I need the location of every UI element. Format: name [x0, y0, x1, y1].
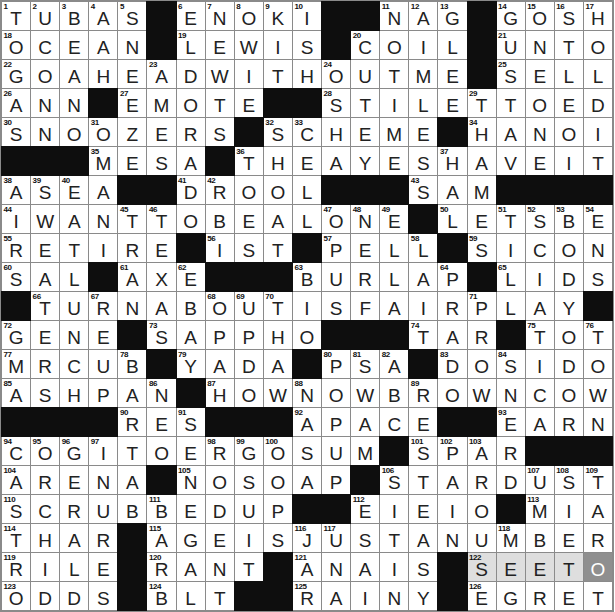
cell-r18c17[interactable]: O	[468, 495, 496, 523]
cell-r6c20[interactable]: I	[555, 147, 583, 175]
cell-r1c7[interactable]: 6E	[177, 2, 205, 30]
cell-r17c15[interactable]: T	[409, 466, 437, 494]
cell-r3c14[interactable]: T	[380, 60, 408, 88]
cell-r1c20[interactable]: 16S	[555, 2, 583, 30]
cell-r11c20[interactable]: Y	[555, 292, 583, 320]
cell-r20c20[interactable]: T	[555, 553, 583, 581]
cell-r7c17[interactable]: M	[468, 176, 496, 204]
cell-r16c2[interactable]: 95O	[31, 437, 59, 465]
cell-r11c18[interactable]: L	[497, 292, 525, 320]
cell-r10c19[interactable]: I	[526, 263, 554, 291]
cell-r12c21[interactable]: 76T	[584, 321, 612, 349]
cell-r4c3[interactable]: N	[60, 89, 88, 117]
cell-r2c11[interactable]: S	[293, 31, 321, 59]
cell-r8c20[interactable]: 53B	[555, 205, 583, 233]
cell-r6c18[interactable]: V	[497, 147, 525, 175]
cell-r13c4[interactable]: U	[89, 350, 117, 378]
cell-r16c10[interactable]: 100O	[264, 437, 292, 465]
cell-r7c9[interactable]: O	[235, 176, 263, 204]
cell-r14c11[interactable]: 88N	[293, 379, 321, 407]
cell-r15c13[interactable]: A	[351, 408, 379, 436]
cell-r20c3[interactable]: L	[60, 553, 88, 581]
cell-r7c8[interactable]: 42R	[206, 176, 234, 204]
cell-r11c10[interactable]: 70T	[264, 292, 292, 320]
cell-r3c12[interactable]: 24O	[322, 60, 350, 88]
cell-r4c6[interactable]: M	[147, 89, 175, 117]
cell-r13c21[interactable]: O	[584, 350, 612, 378]
cell-r19c12[interactable]: 117U	[322, 524, 350, 552]
cell-r20c12[interactable]: N	[322, 553, 350, 581]
cell-r21c18[interactable]: G	[497, 582, 525, 610]
cell-r2c14[interactable]: O	[380, 31, 408, 59]
cell-r13c20[interactable]: D	[555, 350, 583, 378]
cell-r18c21[interactable]: A	[584, 495, 612, 523]
cell-r19c6[interactable]: 115A	[147, 524, 175, 552]
cell-r13c8[interactable]: A	[206, 350, 234, 378]
cell-r14c20[interactable]: O	[555, 379, 583, 407]
cell-r17c2[interactable]: R	[31, 466, 59, 494]
cell-r11c17[interactable]: 71P	[468, 292, 496, 320]
cell-r15c20[interactable]: R	[555, 408, 583, 436]
cell-r19c4[interactable]: R	[89, 524, 117, 552]
cell-r16c4[interactable]: 97I	[89, 437, 117, 465]
cell-r5c3[interactable]: O	[60, 118, 88, 146]
cell-r8c14[interactable]: 49E	[380, 205, 408, 233]
cell-r12c19[interactable]: 75T	[526, 321, 554, 349]
cell-r6c7[interactable]: A	[177, 147, 205, 175]
cell-r14c15[interactable]: 89R	[409, 379, 437, 407]
cell-r6c19[interactable]: E	[526, 147, 554, 175]
cell-r6c17[interactable]: A	[468, 147, 496, 175]
cell-r13c12[interactable]: 80P	[322, 350, 350, 378]
cell-r14c8[interactable]: 87H	[206, 379, 234, 407]
cell-r2c15[interactable]: I	[409, 31, 437, 59]
cell-r7c7[interactable]: 41D	[177, 176, 205, 204]
cell-r4c16[interactable]: E	[438, 89, 466, 117]
cell-r2c20[interactable]: T	[555, 31, 583, 59]
cell-r9c10[interactable]: T	[264, 234, 292, 262]
cell-r14c4[interactable]: P	[89, 379, 117, 407]
cell-r20c14[interactable]: I	[380, 553, 408, 581]
cell-r21c13[interactable]: I	[351, 582, 379, 610]
cell-r20c15[interactable]: S	[409, 553, 437, 581]
cell-r18c10[interactable]: P	[264, 495, 292, 523]
cell-r16c15[interactable]: 101S	[409, 437, 437, 465]
cell-r12c10[interactable]: H	[264, 321, 292, 349]
cell-r6c11[interactable]: E	[293, 147, 321, 175]
cell-r3c6[interactable]: 23A	[147, 60, 175, 88]
cell-r19c8[interactable]: E	[206, 524, 234, 552]
cell-r4c2[interactable]: N	[31, 89, 59, 117]
cell-r11c16[interactable]: R	[438, 292, 466, 320]
cell-r14c21[interactable]: W	[584, 379, 612, 407]
cell-r1c15[interactable]: 12A	[409, 2, 437, 30]
cell-r1c14[interactable]: 11N	[380, 2, 408, 30]
cell-r12c7[interactable]: A	[177, 321, 205, 349]
cell-r19c10[interactable]: S	[264, 524, 292, 552]
cell-r17c9[interactable]: S	[235, 466, 263, 494]
cell-r3c11[interactable]: H	[293, 60, 321, 88]
cell-r9c20[interactable]: O	[555, 234, 583, 262]
cell-r3c9[interactable]: I	[235, 60, 263, 88]
cell-r12c16[interactable]: A	[438, 321, 466, 349]
cell-r19c2[interactable]: H	[31, 524, 59, 552]
cell-r14c12[interactable]: O	[322, 379, 350, 407]
cell-r15c15[interactable]: E	[409, 408, 437, 436]
cell-r9c5[interactable]: R	[118, 234, 146, 262]
cell-r20c11[interactable]: 121A	[293, 553, 321, 581]
cell-r9c4[interactable]: I	[89, 234, 117, 262]
cell-r3c8[interactable]: W	[206, 60, 234, 88]
cell-r19c20[interactable]: E	[555, 524, 583, 552]
cell-r3c7[interactable]: D	[177, 60, 205, 88]
cell-r10c21[interactable]: S	[584, 263, 612, 291]
cell-r18c4[interactable]: U	[89, 495, 117, 523]
cell-r19c21[interactable]: R	[584, 524, 612, 552]
cell-r16c7[interactable]: E	[177, 437, 205, 465]
cell-r8c6[interactable]: 46T	[147, 205, 175, 233]
cell-r4c17[interactable]: 29T	[468, 89, 496, 117]
cell-r11c13[interactable]: F	[351, 292, 379, 320]
cell-r20c4[interactable]: E	[89, 553, 117, 581]
cell-r3c5[interactable]: E	[118, 60, 146, 88]
cell-r10c15[interactable]: A	[409, 263, 437, 291]
cell-r1c18[interactable]: 14G	[497, 2, 525, 30]
cell-r14c6[interactable]: 86N	[147, 379, 175, 407]
cell-r5c21[interactable]: I	[584, 118, 612, 146]
cell-r5c7[interactable]: R	[177, 118, 205, 146]
cell-r1c8[interactable]: 7N	[206, 2, 234, 30]
cell-r17c4[interactable]: N	[89, 466, 117, 494]
cell-r4c21[interactable]: D	[584, 89, 612, 117]
cell-r11c2[interactable]: 66T	[31, 292, 59, 320]
cell-r4c15[interactable]: L	[409, 89, 437, 117]
cell-r6c15[interactable]: S	[409, 147, 437, 175]
cell-r17c17[interactable]: R	[468, 466, 496, 494]
cell-r11c14[interactable]: A	[380, 292, 408, 320]
cell-r18c20[interactable]: I	[555, 495, 583, 523]
cell-r16c9[interactable]: 99G	[235, 437, 263, 465]
cell-r15c19[interactable]: A	[526, 408, 554, 436]
cell-r16c17[interactable]: 103A	[468, 437, 496, 465]
cell-r10c16[interactable]: 64P	[438, 263, 466, 291]
cell-r17c21[interactable]: 109T	[584, 466, 612, 494]
cell-r4c7[interactable]: O	[177, 89, 205, 117]
cell-r5c11[interactable]: 33C	[293, 118, 321, 146]
cell-r9c1[interactable]: 55R	[2, 234, 30, 262]
cell-r20c21[interactable]: O	[584, 553, 612, 581]
cell-r9c21[interactable]: N	[584, 234, 612, 262]
cell-r21c3[interactable]: D	[60, 582, 88, 610]
cell-r8c21[interactable]: 54E	[584, 205, 612, 233]
cell-r2c19[interactable]: N	[526, 31, 554, 59]
cell-r9c3[interactable]: T	[60, 234, 88, 262]
cell-r9c17[interactable]: 59S	[468, 234, 496, 262]
cell-r3c1[interactable]: 22G	[2, 60, 30, 88]
cell-r2c10[interactable]: I	[264, 31, 292, 59]
cell-r20c19[interactable]: E	[526, 553, 554, 581]
cell-r10c1[interactable]: 60S	[2, 263, 30, 291]
cell-r13c3[interactable]: C	[60, 350, 88, 378]
cell-r8c9[interactable]: E	[235, 205, 263, 233]
cell-r14c18[interactable]: N	[497, 379, 525, 407]
cell-r12c4[interactable]: E	[89, 321, 117, 349]
cell-r9c13[interactable]: E	[351, 234, 379, 262]
cell-r1c10[interactable]: 9K	[264, 2, 292, 30]
cell-r7c16[interactable]: A	[438, 176, 466, 204]
cell-r8c10[interactable]: A	[264, 205, 292, 233]
cell-r20c2[interactable]: I	[31, 553, 59, 581]
cell-r5c18[interactable]: A	[497, 118, 525, 146]
cell-r9c6[interactable]: E	[147, 234, 175, 262]
cell-r11c7[interactable]: B	[177, 292, 205, 320]
cell-r10c3[interactable]: L	[60, 263, 88, 291]
cell-r16c16[interactable]: 102P	[438, 437, 466, 465]
cell-r8c13[interactable]: 48N	[351, 205, 379, 233]
cell-r12c20[interactable]: O	[555, 321, 583, 349]
cell-r3c19[interactable]: E	[526, 60, 554, 88]
cell-r8c12[interactable]: 47O	[322, 205, 350, 233]
cell-r3c15[interactable]: M	[409, 60, 437, 88]
cell-r20c13[interactable]: A	[351, 553, 379, 581]
cell-r2c9[interactable]: W	[235, 31, 263, 59]
cell-r2c1[interactable]: 18O	[2, 31, 30, 59]
cell-r5c17[interactable]: 34H	[468, 118, 496, 146]
cell-r18c6[interactable]: 111B	[147, 495, 175, 523]
cell-r8c18[interactable]: 51T	[497, 205, 525, 233]
cell-r13c7[interactable]: 79Y	[177, 350, 205, 378]
cell-r21c2[interactable]: D	[31, 582, 59, 610]
cell-r19c17[interactable]: U	[468, 524, 496, 552]
cell-r5c8[interactable]: S	[206, 118, 234, 146]
cell-r15c21[interactable]: N	[584, 408, 612, 436]
cell-r2c18[interactable]: 21U	[497, 31, 525, 59]
cell-r10c18[interactable]: 65L	[497, 263, 525, 291]
cell-r21c15[interactable]: Y	[409, 582, 437, 610]
cell-r7c4[interactable]: A	[89, 176, 117, 204]
cell-r4c8[interactable]: T	[206, 89, 234, 117]
cell-r13c18[interactable]: 84S	[497, 350, 525, 378]
cell-r19c14[interactable]: T	[380, 524, 408, 552]
cell-r7c15[interactable]: 43S	[409, 176, 437, 204]
cell-r1c19[interactable]: 15O	[526, 2, 554, 30]
cell-r12c1[interactable]: 72G	[2, 321, 30, 349]
cell-r19c16[interactable]: N	[438, 524, 466, 552]
cell-r7c2[interactable]: 39S	[31, 176, 59, 204]
cell-r18c15[interactable]: E	[409, 495, 437, 523]
cell-r10c7[interactable]: 62E	[177, 263, 205, 291]
cell-r10c12[interactable]: U	[322, 263, 350, 291]
cell-r5c6[interactable]: E	[147, 118, 175, 146]
cell-r6c13[interactable]: Y	[351, 147, 379, 175]
cell-r14c2[interactable]: S	[31, 379, 59, 407]
cell-r2c7[interactable]: 19L	[177, 31, 205, 59]
cell-r11c12[interactable]: S	[322, 292, 350, 320]
cell-r15c7[interactable]: 91S	[177, 408, 205, 436]
cell-r12c15[interactable]: 74T	[409, 321, 437, 349]
cell-r18c8[interactable]: D	[206, 495, 234, 523]
cell-r14c3[interactable]: H	[60, 379, 88, 407]
cell-r11c3[interactable]: U	[60, 292, 88, 320]
cell-r21c1[interactable]: 123O	[2, 582, 30, 610]
cell-r17c5[interactable]: A	[118, 466, 146, 494]
cell-r18c16[interactable]: I	[438, 495, 466, 523]
cell-r18c2[interactable]: C	[31, 495, 59, 523]
cell-r1c21[interactable]: 17H	[584, 2, 612, 30]
cell-r12c3[interactable]: N	[60, 321, 88, 349]
cell-r11c11[interactable]: I	[293, 292, 321, 320]
cell-r10c14[interactable]: L	[380, 263, 408, 291]
cell-r6c14[interactable]: E	[380, 147, 408, 175]
cell-r12c17[interactable]: R	[468, 321, 496, 349]
cell-r14c16[interactable]: O	[438, 379, 466, 407]
cell-r15c14[interactable]: C	[380, 408, 408, 436]
cell-r11c4[interactable]: 67R	[89, 292, 117, 320]
cell-r6c16[interactable]: 37H	[438, 147, 466, 175]
cell-r3c20[interactable]: L	[555, 60, 583, 88]
cell-r12c8[interactable]: P	[206, 321, 234, 349]
cell-r9c19[interactable]: C	[526, 234, 554, 262]
cell-r5c20[interactable]: O	[555, 118, 583, 146]
cell-r18c14[interactable]: I	[380, 495, 408, 523]
cell-r14c9[interactable]: O	[235, 379, 263, 407]
cell-r21c14[interactable]: N	[380, 582, 408, 610]
cell-r17c20[interactable]: 108S	[555, 466, 583, 494]
cell-r20c7[interactable]: A	[177, 553, 205, 581]
cell-r8c16[interactable]: 50L	[438, 205, 466, 233]
cell-r9c14[interactable]: L	[380, 234, 408, 262]
cell-r3c2[interactable]: O	[31, 60, 59, 88]
cell-r20c9[interactable]: T	[235, 553, 263, 581]
cell-r13c10[interactable]: A	[264, 350, 292, 378]
cell-r11c6[interactable]: A	[147, 292, 175, 320]
cell-r8c5[interactable]: 45T	[118, 205, 146, 233]
cell-r21c6[interactable]: 124B	[147, 582, 175, 610]
cell-r12c11[interactable]: O	[293, 321, 321, 349]
cell-r20c17[interactable]: 122S	[468, 553, 496, 581]
cell-r4c20[interactable]: E	[555, 89, 583, 117]
cell-r18c3[interactable]: R	[60, 495, 88, 523]
cell-r6c9[interactable]: 36T	[235, 147, 263, 175]
cell-r14c5[interactable]: A	[118, 379, 146, 407]
cell-r8c3[interactable]: A	[60, 205, 88, 233]
cell-r17c11[interactable]: A	[293, 466, 321, 494]
cell-r14c19[interactable]: C	[526, 379, 554, 407]
cell-r19c1[interactable]: 114T	[2, 524, 30, 552]
cell-r8c11[interactable]: L	[293, 205, 321, 233]
cell-r21c21[interactable]: T	[584, 582, 612, 610]
cell-r18c7[interactable]: E	[177, 495, 205, 523]
cell-r18c19[interactable]: 113M	[526, 495, 554, 523]
cell-r14c1[interactable]: 85A	[2, 379, 30, 407]
cell-r4c12[interactable]: 28S	[322, 89, 350, 117]
cell-r8c17[interactable]: E	[468, 205, 496, 233]
cell-r13c5[interactable]: 78B	[118, 350, 146, 378]
cell-r21c11[interactable]: 125R	[293, 582, 321, 610]
cell-r13c17[interactable]: O	[468, 350, 496, 378]
cell-r6c5[interactable]: E	[118, 147, 146, 175]
cell-r5c1[interactable]: 30S	[2, 118, 30, 146]
cell-r2c4[interactable]: A	[89, 31, 117, 59]
cell-r10c6[interactable]: X	[147, 263, 175, 291]
cell-r20c6[interactable]: 120R	[147, 553, 175, 581]
cell-r2c21[interactable]: O	[584, 31, 612, 59]
cell-r15c12[interactable]: P	[322, 408, 350, 436]
cell-r21c4[interactable]: S	[89, 582, 117, 610]
cell-r10c13[interactable]: R	[351, 263, 379, 291]
cell-r1c3[interactable]: 3B	[60, 2, 88, 30]
cell-r6c12[interactable]: A	[322, 147, 350, 175]
cell-r15c11[interactable]: 92A	[293, 408, 321, 436]
cell-r8c4[interactable]: N	[89, 205, 117, 233]
cell-r4c13[interactable]: T	[351, 89, 379, 117]
cell-r5c15[interactable]: E	[409, 118, 437, 146]
cell-r8c7[interactable]: O	[177, 205, 205, 233]
cell-r15c18[interactable]: 93E	[497, 408, 525, 436]
cell-r3c18[interactable]: 25S	[497, 60, 525, 88]
cell-r20c8[interactable]: N	[206, 553, 234, 581]
cell-r17c18[interactable]: D	[497, 466, 525, 494]
cell-r19c18[interactable]: 118M	[497, 524, 525, 552]
cell-r11c19[interactable]: A	[526, 292, 554, 320]
cell-r1c4[interactable]: 4A	[89, 2, 117, 30]
cell-r10c11[interactable]: 63B	[293, 263, 321, 291]
cell-r9c18[interactable]: I	[497, 234, 525, 262]
cell-r21c19[interactable]: R	[526, 582, 554, 610]
cell-r20c1[interactable]: 119R	[2, 553, 30, 581]
cell-r2c13[interactable]: 20C	[351, 31, 379, 59]
cell-r8c1[interactable]: 44I	[2, 205, 30, 233]
cell-r11c15[interactable]: I	[409, 292, 437, 320]
cell-r5c4[interactable]: 31O	[89, 118, 117, 146]
cell-r15c6[interactable]: E	[147, 408, 175, 436]
cell-r1c9[interactable]: 8O	[235, 2, 263, 30]
cell-r12c2[interactable]: E	[31, 321, 59, 349]
cell-r13c13[interactable]: 81S	[351, 350, 379, 378]
cell-r19c11[interactable]: 116J	[293, 524, 321, 552]
cell-r16c11[interactable]: S	[293, 437, 321, 465]
cell-r9c9[interactable]: S	[235, 234, 263, 262]
cell-r17c16[interactable]: A	[438, 466, 466, 494]
cell-r13c14[interactable]: 82A	[380, 350, 408, 378]
cell-r2c5[interactable]: N	[118, 31, 146, 59]
cell-r5c5[interactable]: Z	[118, 118, 146, 146]
cell-r17c1[interactable]: 104A	[2, 466, 30, 494]
cell-r8c19[interactable]: 52S	[526, 205, 554, 233]
cell-r2c2[interactable]: C	[31, 31, 59, 59]
cell-r3c16[interactable]: E	[438, 60, 466, 88]
cell-r5c10[interactable]: 32S	[264, 118, 292, 146]
cell-r20c18[interactable]: E	[497, 553, 525, 581]
cell-r9c15[interactable]: 58L	[409, 234, 437, 262]
cell-r16c18[interactable]: R	[497, 437, 525, 465]
cell-r13c16[interactable]: 83D	[438, 350, 466, 378]
cell-r8c8[interactable]: B	[206, 205, 234, 233]
cell-r17c3[interactable]: E	[60, 466, 88, 494]
cell-r1c11[interactable]: 10I	[293, 2, 321, 30]
cell-r17c19[interactable]: 107U	[526, 466, 554, 494]
cell-r4c1[interactable]: 26A	[2, 89, 30, 117]
cell-r21c17[interactable]: 126E	[468, 582, 496, 610]
cell-r16c6[interactable]: O	[147, 437, 175, 465]
cell-r5c13[interactable]: E	[351, 118, 379, 146]
cell-r1c2[interactable]: 2U	[31, 2, 59, 30]
cell-r8c2[interactable]: W	[31, 205, 59, 233]
cell-r7c3[interactable]: 40E	[60, 176, 88, 204]
cell-r10c5[interactable]: 61A	[118, 263, 146, 291]
cell-r3c10[interactable]: T	[264, 60, 292, 88]
cell-r5c14[interactable]: M	[380, 118, 408, 146]
